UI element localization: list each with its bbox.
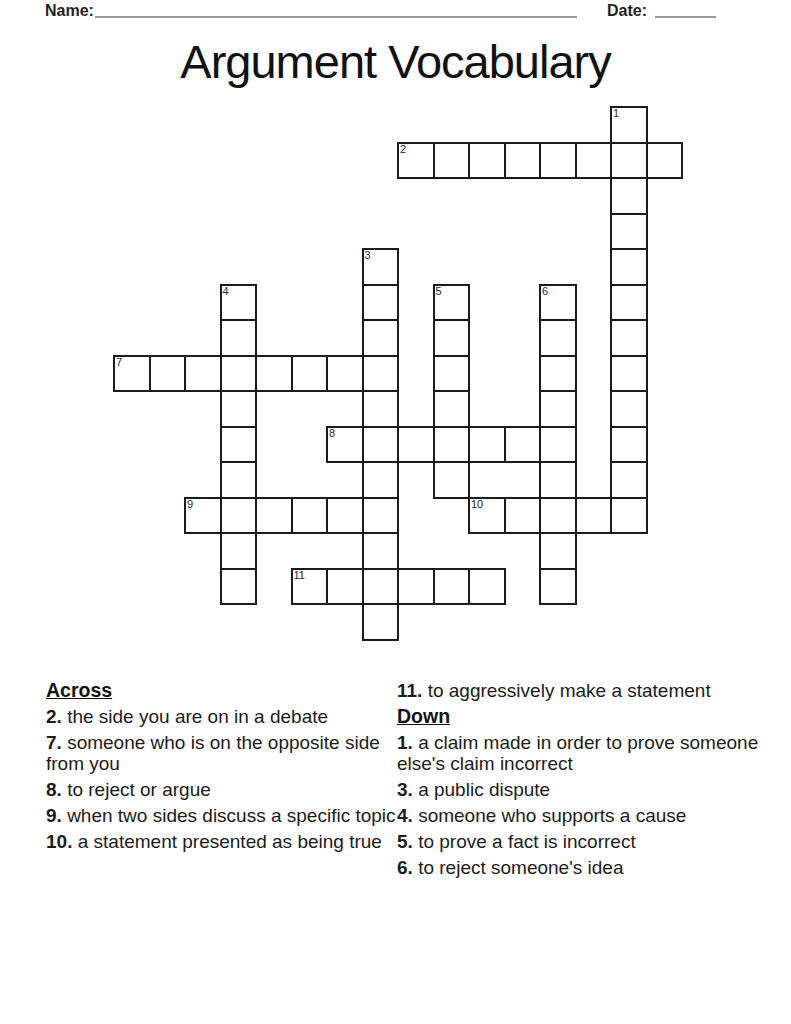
grid-cell[interactable] xyxy=(539,497,577,535)
clue-across-2: 2. the side you are on in a debate xyxy=(46,706,398,728)
cell-number: 7 xyxy=(116,357,122,368)
cell-number: 1 xyxy=(613,108,619,119)
cell-number: 8 xyxy=(329,428,335,439)
grid-cell[interactable] xyxy=(291,355,329,393)
clue-across-7: 7. someone who is on the opposite side f… xyxy=(46,732,398,775)
grid-cell[interactable] xyxy=(362,390,400,428)
clue-number: 11. xyxy=(397,680,422,701)
down-heading: Down xyxy=(397,706,769,728)
grid-cell[interactable] xyxy=(433,319,471,357)
grid-cell[interactable] xyxy=(362,355,400,393)
grid-cell[interactable] xyxy=(610,142,648,180)
clue-text: a public dispute xyxy=(413,779,550,800)
cell-number: 4 xyxy=(223,286,229,297)
grid-cell[interactable] xyxy=(610,461,648,499)
grid-cell[interactable] xyxy=(255,355,293,393)
grid-cell[interactable] xyxy=(539,568,577,606)
grid-cell[interactable] xyxy=(575,497,613,535)
clue-number: 3. xyxy=(397,779,413,800)
clue-number: 8. xyxy=(46,779,62,800)
date-input-line[interactable] xyxy=(655,16,716,18)
grid-cell[interactable] xyxy=(397,568,435,606)
grid-cell[interactable] xyxy=(362,603,400,641)
grid-cell[interactable] xyxy=(433,355,471,393)
clue-number: 9. xyxy=(46,805,62,826)
grid-cell[interactable] xyxy=(610,497,648,535)
clue-text: someone who is on the opposite side from… xyxy=(46,732,380,775)
grid-cell[interactable] xyxy=(184,355,222,393)
clue-down-3: 3. a public dispute xyxy=(397,779,769,801)
grid-cell[interactable] xyxy=(504,426,542,464)
crossword-board: 1234567891011 xyxy=(113,106,685,643)
worksheet-page: Name: Date: Argument Vocabulary 12345678… xyxy=(0,0,791,1024)
cell-number: 11 xyxy=(294,570,305,581)
grid-cell[interactable] xyxy=(255,497,293,535)
clue-text: when two sides discuss a specific topic xyxy=(62,805,396,826)
date-label: Date: xyxy=(607,2,647,20)
name-label: Name: xyxy=(45,2,94,20)
grid-cell[interactable] xyxy=(468,426,506,464)
grid-cell[interactable] xyxy=(539,461,577,499)
grid-cell[interactable] xyxy=(504,142,542,180)
clue-down-5: 5. to prove a fact is incorrect xyxy=(397,831,769,853)
cell-number: 6 xyxy=(542,286,548,297)
grid-cell[interactable] xyxy=(646,142,684,180)
clue-text: to reject someone's idea xyxy=(413,857,624,878)
clue-text: a statement presented as being true xyxy=(72,831,381,852)
grid-cell[interactable] xyxy=(610,248,648,286)
grid-cell[interactable] xyxy=(433,390,471,428)
clue-number: 1. xyxy=(397,732,413,753)
grid-cell[interactable] xyxy=(433,461,471,499)
clue-number: 4. xyxy=(397,805,413,826)
grid-cell[interactable] xyxy=(220,497,258,535)
page-title: Argument Vocabulary xyxy=(0,34,791,89)
clue-text: someone who supports a cause xyxy=(413,805,687,826)
grid-cell[interactable] xyxy=(220,426,258,464)
clue-across-8: 8. to reject or argue xyxy=(46,779,398,801)
grid-cell[interactable] xyxy=(433,426,471,464)
grid-cell[interactable] xyxy=(220,461,258,499)
grid-cell[interactable] xyxy=(610,426,648,464)
grid-cell[interactable] xyxy=(326,497,364,535)
grid-cell[interactable] xyxy=(362,532,400,570)
clue-text: to aggressively make a statement xyxy=(422,680,710,701)
grid-cell[interactable] xyxy=(610,177,648,215)
grid-cell[interactable] xyxy=(539,142,577,180)
grid-cell[interactable] xyxy=(362,461,400,499)
grid-cell[interactable] xyxy=(539,532,577,570)
grid-cell[interactable] xyxy=(539,355,577,393)
grid-cell[interactable] xyxy=(610,284,648,322)
grid-cell[interactable] xyxy=(468,568,506,606)
clue-across-11: 11. to aggressively make a statement xyxy=(397,680,769,702)
clue-text: a claim made in order to prove someone e… xyxy=(397,732,758,775)
grid-cell[interactable] xyxy=(468,142,506,180)
grid-cell[interactable] xyxy=(362,497,400,535)
cell-number: 3 xyxy=(365,250,371,261)
grid-cell[interactable] xyxy=(539,426,577,464)
clue-text: the side you are on in a debate xyxy=(62,706,328,727)
grid-cell[interactable] xyxy=(220,568,258,606)
grid-cell[interactable] xyxy=(433,568,471,606)
down-clues-column: 11. to aggressively make a statementDown… xyxy=(397,680,769,883)
grid-cell[interactable] xyxy=(362,568,400,606)
grid-cell[interactable] xyxy=(220,390,258,428)
grid-cell[interactable] xyxy=(220,355,258,393)
clue-down-4: 4. someone who supports a cause xyxy=(397,805,769,827)
grid-cell[interactable] xyxy=(326,355,364,393)
grid-cell[interactable] xyxy=(362,284,400,322)
across-heading: Across xyxy=(46,680,398,702)
clue-number: 2. xyxy=(46,706,62,727)
clue-number: 10. xyxy=(46,831,72,852)
grid-cell[interactable] xyxy=(220,532,258,570)
clue-number: 6. xyxy=(397,857,413,878)
grid-cell[interactable] xyxy=(149,355,187,393)
clue-text: to prove a fact is incorrect xyxy=(413,831,636,852)
grid-cell[interactable] xyxy=(575,142,613,180)
grid-cell[interactable] xyxy=(397,426,435,464)
grid-cell[interactable] xyxy=(433,142,471,180)
grid-cell[interactable] xyxy=(610,390,648,428)
grid-cell[interactable] xyxy=(610,319,648,357)
clue-number: 7. xyxy=(46,732,62,753)
grid-cell[interactable] xyxy=(362,426,400,464)
cell-number: 2 xyxy=(400,144,406,155)
grid-cell[interactable] xyxy=(539,390,577,428)
cell-number: 10 xyxy=(471,499,483,510)
name-input-line[interactable] xyxy=(95,16,577,18)
across-clues-column: Across2. the side you are on in a debate… xyxy=(46,680,398,857)
grid-cell[interactable] xyxy=(291,497,329,535)
grid-cell[interactable] xyxy=(220,319,258,357)
cell-number: 9 xyxy=(187,499,193,510)
cell-number: 5 xyxy=(436,286,442,297)
grid-cell[interactable] xyxy=(610,355,648,393)
grid-cell[interactable] xyxy=(610,213,648,251)
clue-down-6: 6. to reject someone's idea xyxy=(397,857,769,879)
clue-text: to reject or argue xyxy=(62,779,211,800)
grid-cell[interactable] xyxy=(539,319,577,357)
clue-number: 5. xyxy=(397,831,413,852)
grid-cell[interactable] xyxy=(362,319,400,357)
grid-cell[interactable] xyxy=(504,497,542,535)
clue-across-10: 10. a statement presented as being true xyxy=(46,831,398,853)
clue-across-9: 9. when two sides discuss a specific top… xyxy=(46,805,398,827)
grid-cell[interactable] xyxy=(326,568,364,606)
clue-down-1: 1. a claim made in order to prove someon… xyxy=(397,732,769,775)
